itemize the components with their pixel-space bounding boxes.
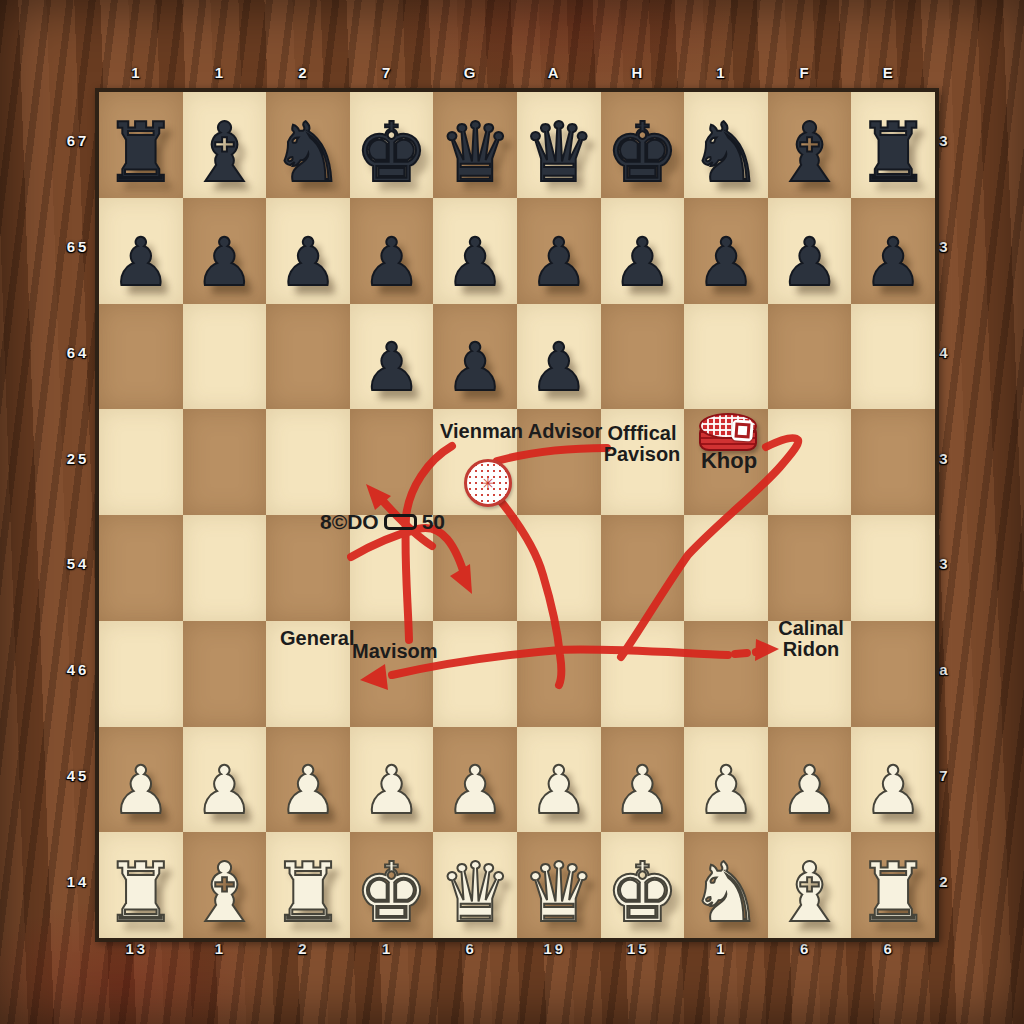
- chess-piece-bP[interactable]: ♟: [195, 230, 254, 296]
- chess-piece-wP[interactable]: ♟: [696, 758, 755, 824]
- badge-text-left: 8©DO: [320, 511, 379, 532]
- square[interactable]: [183, 621, 267, 727]
- square[interactable]: ♟: [684, 198, 768, 304]
- square[interactable]: [768, 409, 852, 515]
- chess-piece-wP[interactable]: ♟: [780, 758, 839, 824]
- square[interactable]: ♝: [183, 92, 267, 198]
- square[interactable]: ♟: [433, 304, 517, 410]
- square[interactable]: ♚: [601, 832, 685, 938]
- chess-piece-wQ[interactable]: ♛: [522, 852, 596, 934]
- chess-piece-bQ[interactable]: ♛: [522, 112, 596, 194]
- square[interactable]: ♟: [517, 198, 601, 304]
- square[interactable]: ♜: [851, 92, 935, 198]
- speckled-circle-token: [464, 459, 512, 507]
- square[interactable]: ♟: [350, 304, 434, 410]
- chess-piece-wK[interactable]: ♚: [355, 852, 429, 934]
- chess-piece-bP[interactable]: ♟: [446, 230, 505, 296]
- square[interactable]: [851, 515, 935, 621]
- square[interactable]: [851, 621, 935, 727]
- rank-label: 45: [62, 723, 94, 829]
- square[interactable]: ♝: [183, 832, 267, 938]
- square[interactable]: [601, 304, 685, 410]
- rank-label: 65: [62, 194, 94, 300]
- square[interactable]: ♜: [851, 832, 935, 938]
- square[interactable]: ♛: [433, 832, 517, 938]
- file-label: 2: [262, 58, 346, 86]
- file-label: 1: [179, 58, 263, 86]
- rank-label: 67: [62, 88, 94, 194]
- square[interactable]: ♟: [851, 727, 935, 833]
- square[interactable]: [684, 621, 768, 727]
- square[interactable]: ♟: [350, 198, 434, 304]
- chess-piece-wP[interactable]: ♟: [195, 758, 254, 824]
- square[interactable]: [183, 304, 267, 410]
- chess-piece-bP[interactable]: ♟: [864, 230, 923, 296]
- square[interactable]: ♟: [851, 198, 935, 304]
- file-labels-top: 1127GAH1FE: [95, 58, 931, 86]
- chess-piece-bP[interactable]: ♟: [529, 230, 588, 296]
- square[interactable]: [266, 304, 350, 410]
- label-8cdo-badge: 8©DO 50: [320, 511, 445, 532]
- square[interactable]: ♟: [266, 727, 350, 833]
- square[interactable]: [851, 304, 935, 410]
- square[interactable]: ♜: [266, 832, 350, 938]
- square[interactable]: [684, 515, 768, 621]
- chess-piece-wR[interactable]: ♜: [856, 852, 930, 934]
- chess-piece-wP[interactable]: ♟: [111, 758, 170, 824]
- rank-label: 25: [62, 405, 94, 511]
- chess-piece-bC[interactable]: ♚: [355, 112, 429, 194]
- square[interactable]: ♟: [99, 198, 183, 304]
- chess-board: ♜♝♞♚♛♛♚♞♝♜♟♟♟♟♟♟♟♟♟♟♟♟♟♟♟♟♟♟♟♟♟♟♟♜♝♜♚♛♛♚…: [95, 88, 939, 942]
- chess-piece-wB[interactable]: ♝: [188, 852, 262, 934]
- square[interactable]: ♞: [684, 92, 768, 198]
- square[interactable]: [99, 304, 183, 410]
- file-label: A: [513, 58, 597, 86]
- chess-piece-wK[interactable]: ♚: [606, 852, 680, 934]
- chess-piece-wP[interactable]: ♟: [529, 758, 588, 824]
- chess-piece-bP[interactable]: ♟: [362, 230, 421, 296]
- label-vienman-advisor: Vienman Advisor: [440, 421, 602, 442]
- chess-piece-bP[interactable]: ♟: [446, 335, 505, 401]
- square[interactable]: [99, 621, 183, 727]
- file-label: F: [764, 58, 848, 86]
- chess-piece-bP[interactable]: ♟: [529, 335, 588, 401]
- square[interactable]: [601, 621, 685, 727]
- square[interactable]: ♟: [99, 727, 183, 833]
- file-label: 1: [680, 58, 764, 86]
- chess-piece-wP[interactable]: ♟: [864, 758, 923, 824]
- square[interactable]: ♞: [266, 92, 350, 198]
- square[interactable]: [183, 515, 267, 621]
- chess-piece-bL[interactable]: ♞: [689, 112, 763, 194]
- chess-piece-bB[interactable]: ♝: [773, 112, 847, 194]
- square[interactable]: [768, 304, 852, 410]
- chess-piece-bP[interactable]: ♟: [362, 335, 421, 401]
- square[interactable]: ♜: [99, 92, 183, 198]
- square[interactable]: ♝: [768, 92, 852, 198]
- square[interactable]: ♟: [517, 727, 601, 833]
- rank-label: 14: [62, 828, 94, 934]
- square[interactable]: ♝: [768, 832, 852, 938]
- chess-piece-bL[interactable]: ♞: [271, 112, 345, 194]
- chessboard-scene: 1127GAH1FE 1312161915166 676564255446451…: [0, 0, 1024, 1024]
- chess-piece-wP[interactable]: ♟: [613, 758, 672, 824]
- rank-labels-left: 6765642554464514: [62, 88, 94, 934]
- square[interactable]: ♟: [433, 198, 517, 304]
- rank-label: 64: [62, 300, 94, 406]
- square[interactable]: [851, 409, 935, 515]
- chess-piece-bP[interactable]: ♟: [613, 230, 672, 296]
- chess-piece-bP[interactable]: ♟: [780, 230, 839, 296]
- square[interactable]: [601, 515, 685, 621]
- chess-piece-wL[interactable]: ♞: [689, 852, 763, 934]
- square[interactable]: [350, 621, 434, 727]
- rank-label: 54: [62, 511, 94, 617]
- label-calinal-ridon: Calinal Ridon: [772, 618, 850, 660]
- square[interactable]: ♚: [350, 832, 434, 938]
- file-label: 1: [95, 58, 179, 86]
- chess-piece-wR[interactable]: ♜: [104, 852, 178, 934]
- rank-label: 46: [62, 617, 94, 723]
- chess-piece-bQ[interactable]: ♛: [438, 112, 512, 194]
- square[interactable]: ♛: [433, 92, 517, 198]
- square[interactable]: ♟: [350, 727, 434, 833]
- square[interactable]: ♚: [350, 92, 434, 198]
- small-rounded-rect-icon: [384, 514, 417, 530]
- square[interactable]: ♞: [684, 832, 768, 938]
- square[interactable]: ♟: [768, 198, 852, 304]
- chess-piece-bP[interactable]: ♟: [111, 230, 170, 296]
- square[interactable]: ♚: [601, 92, 685, 198]
- square[interactable]: [433, 621, 517, 727]
- red-checker-disc-token: [699, 413, 759, 457]
- square[interactable]: [517, 621, 601, 727]
- square[interactable]: ♟: [768, 727, 852, 833]
- square[interactable]: ♟: [684, 727, 768, 833]
- square[interactable]: [684, 304, 768, 410]
- chess-piece-wB[interactable]: ♝: [773, 852, 847, 934]
- label-mavisom: Mavisom: [352, 641, 438, 662]
- label-offical-pavison: Offfical Pavison: [598, 423, 686, 465]
- chess-piece-bC[interactable]: ♚: [606, 112, 680, 194]
- file-label: G: [429, 58, 513, 86]
- square[interactable]: ♟: [601, 198, 685, 304]
- disc-white-square: [731, 419, 753, 441]
- square[interactable]: ♟: [433, 727, 517, 833]
- chess-piece-wP[interactable]: ♟: [362, 758, 421, 824]
- square[interactable]: [99, 515, 183, 621]
- square[interactable]: [350, 409, 434, 515]
- chess-piece-bB[interactable]: ♝: [188, 112, 262, 194]
- square[interactable]: [266, 409, 350, 515]
- chess-piece-wQ[interactable]: ♛: [438, 852, 512, 934]
- square[interactable]: ♟: [266, 198, 350, 304]
- square[interactable]: ♟: [183, 727, 267, 833]
- label-general: General: [280, 628, 354, 649]
- chess-piece-bP[interactable]: ♟: [696, 230, 755, 296]
- chess-piece-wP[interactable]: ♟: [446, 758, 505, 824]
- square[interactable]: [99, 409, 183, 515]
- square[interactable]: ♟: [183, 198, 267, 304]
- chess-piece-bR[interactable]: ♜: [856, 112, 930, 194]
- badge-text-right: 50: [422, 511, 445, 532]
- square[interactable]: ♛: [517, 832, 601, 938]
- square[interactable]: [433, 515, 517, 621]
- file-label: E: [847, 58, 931, 86]
- square[interactable]: [183, 409, 267, 515]
- square[interactable]: ♟: [517, 304, 601, 410]
- square[interactable]: [517, 515, 601, 621]
- chess-piece-bR[interactable]: ♜: [104, 112, 178, 194]
- chess-piece-wP[interactable]: ♟: [278, 758, 337, 824]
- square[interactable]: [768, 515, 852, 621]
- file-label: 7: [346, 58, 430, 86]
- square[interactable]: ♟: [601, 727, 685, 833]
- chess-piece-wT[interactable]: ♜: [271, 852, 345, 934]
- square[interactable]: ♜: [99, 832, 183, 938]
- file-label: H: [597, 58, 681, 86]
- chess-piece-bP[interactable]: ♟: [278, 230, 337, 296]
- square[interactable]: ♛: [517, 92, 601, 198]
